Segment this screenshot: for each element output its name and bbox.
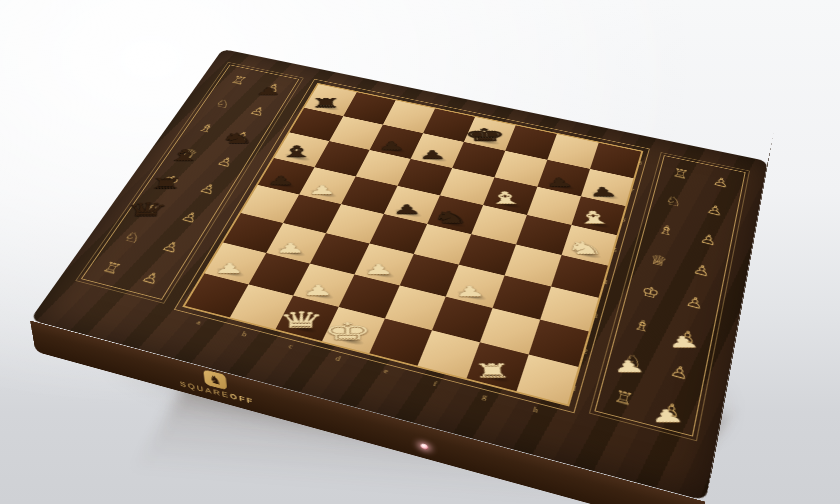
- stencil-icon: ♕: [648, 251, 669, 270]
- stencil-icon: ♘: [622, 350, 645, 372]
- stencil-icon: ♖: [99, 258, 125, 277]
- stencil-icon: ♗: [141, 199, 166, 216]
- rank-label-5: 5: [608, 246, 622, 255]
- stencil-icon: ♙: [263, 80, 284, 94]
- rank-label-7: 7: [625, 187, 638, 195]
- stencil-icon: ♘: [664, 192, 684, 209]
- stencil-icon: ♔: [640, 282, 662, 302]
- stencil-icon: ♙: [705, 201, 725, 218]
- power-led: [421, 443, 429, 450]
- rank-label-6: 6: [617, 216, 630, 224]
- stencil-icon: ♖: [671, 165, 691, 181]
- file-label-e: e: [360, 361, 412, 381]
- file-label-c: c: [266, 337, 316, 356]
- stencil-icon: ♙: [197, 180, 221, 197]
- rank-label-8: 8: [633, 159, 646, 167]
- stencil-icon: ♖: [229, 73, 250, 87]
- stencil-icon: ♙: [215, 154, 238, 170]
- file-label-b: b: [220, 325, 270, 344]
- stencil-icon: ♙: [712, 174, 732, 191]
- brand-word-off: OFF: [229, 392, 254, 406]
- stencil-icon: ♘: [121, 228, 146, 246]
- stencil-icon: ♙: [684, 292, 706, 312]
- stencil-icon: ♙: [248, 104, 270, 119]
- stencil-icon: ♙: [668, 361, 691, 383]
- file-label-a: a: [174, 313, 223, 331]
- stencil-icon: ♙: [231, 128, 253, 143]
- stencil-icon: ♙: [677, 326, 699, 347]
- stencil-icon: ♕: [178, 145, 201, 161]
- piece-shadow: [286, 321, 320, 335]
- rank-label-4: 4: [598, 278, 612, 287]
- stencil-icon: ♔: [160, 172, 184, 189]
- squareoff-board: ♖♙♟♘♙♗♙♞♕♝♙♔♜♙♗♛♙♘♙♖♙ ♜♚♟♟♟♟♝♝♝♟♟♟♞♞♟♟♟♟…: [30, 49, 768, 501]
- stencil-icon: ♘: [213, 96, 235, 111]
- stencil-icon: ♗: [631, 315, 654, 336]
- studio-scene: ♖♙♟♘♙♗♙♞♕♝♙♔♜♙♗♛♙♘♙♖♙ ♜♚♟♟♟♟♝♝♝♟♟♟♞♞♟♟♟♟…: [0, 0, 840, 504]
- piece-shadow: [477, 369, 512, 385]
- piece-shadow: [332, 333, 366, 348]
- rank-label-1: 1: [567, 383, 582, 394]
- file-label-d: d: [313, 349, 364, 368]
- stencil-icon: ♗: [656, 221, 677, 239]
- knight-icon: ♞: [208, 373, 222, 387]
- stencil-icon: ♖: [612, 386, 636, 409]
- stencil-icon: ♙: [692, 260, 713, 279]
- stencil-icon: ♗: [196, 120, 219, 135]
- stencil-icon: ♙: [178, 208, 202, 226]
- stencil-icon: ♙: [159, 237, 184, 255]
- stencil-icon: ♙: [660, 398, 684, 421]
- stencil-icon: ♙: [699, 230, 720, 248]
- rank-label-3: 3: [588, 311, 603, 321]
- stencil-icon: ♙: [139, 268, 165, 287]
- rank-label-2: 2: [578, 346, 593, 356]
